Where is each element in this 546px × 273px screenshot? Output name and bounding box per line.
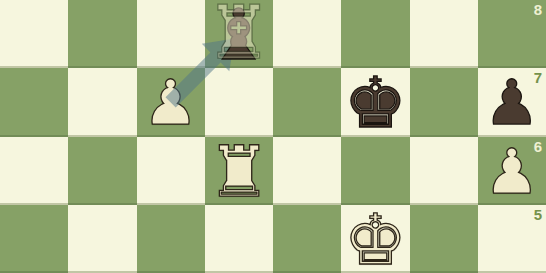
square-a6[interactable] [0,137,68,205]
square-e6[interactable] [273,137,341,205]
rank-label-8: 8 [534,1,542,18]
square-g8[interactable] [410,0,478,68]
square-h8[interactable]: 8 [478,0,546,68]
square-c8[interactable] [137,0,205,68]
white-king-f5[interactable]: ♚ [341,206,409,273]
square-f8[interactable] [341,0,409,68]
chessboard: ♝♜8♟♚7♟♜6♟♚5 [0,0,546,273]
rank-label-5: 5 [534,206,542,223]
square-f7[interactable]: ♚ [341,68,409,136]
black-king-f7[interactable]: ♚ [341,69,409,137]
square-c7[interactable]: ♟ [137,68,205,136]
square-d6[interactable]: ♜ [205,137,273,205]
square-g7[interactable] [410,68,478,136]
square-a5[interactable] [0,205,68,273]
square-d5[interactable] [205,205,273,273]
square-g5[interactable] [410,205,478,273]
promotion-hint-white-rook: ♜ [205,0,273,66]
white-pawn-c7[interactable]: ♟ [137,69,205,137]
square-e5[interactable] [273,205,341,273]
square-c6[interactable] [137,137,205,205]
square-f6[interactable] [341,137,409,205]
square-c5[interactable] [137,205,205,273]
square-b6[interactable] [68,137,136,205]
square-a7[interactable] [0,68,68,136]
square-e8[interactable] [273,0,341,68]
square-h6[interactable]: 6♟ [478,137,546,205]
square-g6[interactable] [410,137,478,205]
square-h5[interactable]: 5 [478,205,546,273]
square-b7[interactable] [68,68,136,136]
white-rook-d6[interactable]: ♜ [205,138,273,206]
rank-label-6: 6 [534,138,542,155]
square-d8[interactable]: ♝♜ [205,0,273,68]
square-d7[interactable] [205,68,273,136]
square-e7[interactable] [273,68,341,136]
square-h7[interactable]: 7♟ [478,68,546,136]
square-b8[interactable] [68,0,136,68]
rank-label-7: 7 [534,69,542,86]
square-f5[interactable]: ♚ [341,205,409,273]
square-b5[interactable] [68,205,136,273]
square-a8[interactable] [0,0,68,68]
board-grid: ♝♜8♟♚7♟♜6♟♚5 [0,0,546,273]
